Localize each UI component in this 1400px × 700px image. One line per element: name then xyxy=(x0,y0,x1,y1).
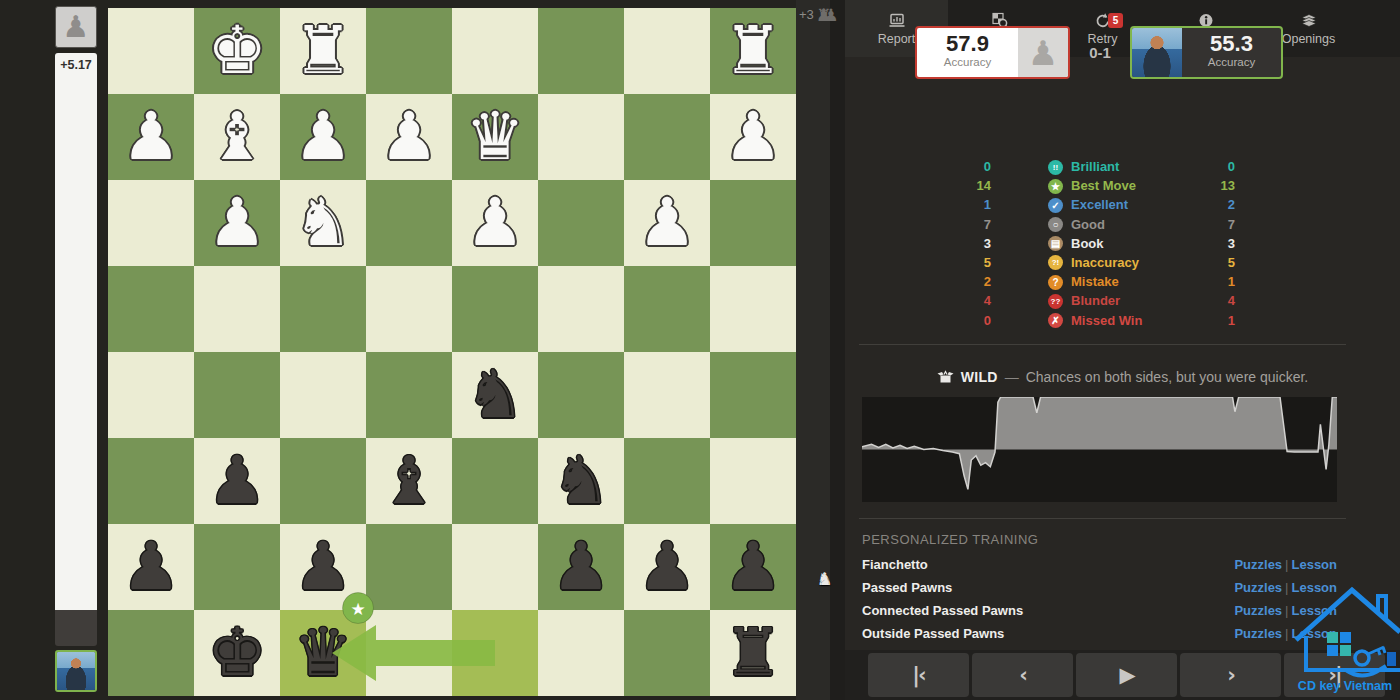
square-f4[interactable] xyxy=(280,266,366,352)
white-pawn: ♟ xyxy=(723,94,782,180)
training-section-header: PERSONALIZED TRAINING xyxy=(862,532,1038,547)
default-pawn-avatar-icon: ♟ xyxy=(63,7,90,47)
black-accuracy-score: 55.3 xyxy=(1182,32,1281,56)
evaluation-bar-white-portion xyxy=(55,53,97,610)
square-b7[interactable]: ♟ xyxy=(624,524,710,610)
square-d3[interactable]: ♟ xyxy=(452,180,538,266)
square-c5[interactable] xyxy=(538,352,624,438)
square-a8[interactable]: ♜ xyxy=(710,610,796,696)
summary-separator: — xyxy=(1005,369,1019,385)
captured-by-white-tray: ♟♟ ⚙ ♝ ♜ +3 xyxy=(799,4,845,22)
previous-move-button[interactable]: ‹ xyxy=(972,653,1073,697)
white-count: 7 xyxy=(935,215,991,234)
white-bishop: ♝ xyxy=(207,94,266,180)
white-pawn: ♟ xyxy=(293,94,352,180)
black-pawn: ♟ xyxy=(723,524,782,610)
white-accuracy-score: 57.9 xyxy=(917,32,1018,56)
evaluation-bar: +5.17 xyxy=(55,53,97,646)
classification-row-good: 7 ○ Good 7 xyxy=(845,215,1400,234)
classification-label: Blunder xyxy=(1071,291,1120,310)
white-count: 5 xyxy=(935,253,991,272)
black-rook: ♜ xyxy=(723,610,782,696)
square-h2[interactable]: ♟ xyxy=(108,94,194,180)
black-pawn: ♟ xyxy=(121,524,180,610)
black-count: 0 xyxy=(1190,157,1235,176)
square-g3[interactable]: ♟ xyxy=(194,180,280,266)
white-count: 0 xyxy=(935,157,991,176)
classification-row-inaccuracy: 5 ?! Inaccuracy 5 xyxy=(845,253,1400,272)
summary-tag: WILD xyxy=(961,369,998,385)
training-topic: Passed Pawns xyxy=(862,579,952,597)
puzzles-link[interactable]: Puzzles xyxy=(1234,580,1282,595)
square-d1[interactable] xyxy=(452,8,538,94)
square-f5[interactable] xyxy=(280,352,366,438)
square-d4[interactable] xyxy=(452,266,538,352)
classification-label: Excellent xyxy=(1071,195,1128,214)
move-classification-list: 0 !! Brilliant 0 14 ★ Best Move 13 1 ✓ E… xyxy=(845,157,1400,330)
square-b8[interactable] xyxy=(624,610,710,696)
square-c3[interactable] xyxy=(538,180,624,266)
board-side-gutter xyxy=(796,0,830,700)
white-pawn: ♟ xyxy=(637,180,696,266)
square-e4[interactable] xyxy=(366,266,452,352)
square-d5[interactable]: ♞ xyxy=(452,352,538,438)
evaluation-score: +5.17 xyxy=(55,58,97,72)
white-knight: ♞ xyxy=(293,180,352,266)
square-a3[interactable] xyxy=(710,180,796,266)
square-a4[interactable] xyxy=(710,266,796,352)
square-g2[interactable]: ♝ xyxy=(194,94,280,180)
mistake-icon: ? xyxy=(1048,275,1063,290)
square-e1[interactable] xyxy=(366,8,452,94)
next-move-button[interactable]: › xyxy=(1180,653,1281,697)
square-b1[interactable] xyxy=(624,8,710,94)
square-a6[interactable] xyxy=(710,438,796,524)
books-stack-icon xyxy=(1300,12,1318,29)
training-topic: Connected Passed Pawns xyxy=(862,602,1023,620)
wild-box-icon xyxy=(937,370,954,384)
square-f8[interactable]: ♛ xyxy=(280,610,366,696)
classification-label: Good xyxy=(1071,215,1105,234)
white-count: 1 xyxy=(935,195,991,214)
classification-row-best-move: 14 ★ Best Move 13 xyxy=(845,176,1400,195)
white-count: 3 xyxy=(935,234,991,253)
tab-openings-label: Openings xyxy=(1282,32,1336,46)
missed-win-icon: ✗ xyxy=(1048,313,1063,328)
classification-label: Book xyxy=(1071,234,1104,253)
excellent-icon: ✓ xyxy=(1048,198,1063,213)
blunder-icon: ?? xyxy=(1048,294,1063,309)
lesson-link[interactable]: Lesson xyxy=(1291,626,1337,641)
square-d2[interactable]: ♛ xyxy=(452,94,538,180)
black-count: 7 xyxy=(1190,215,1235,234)
classification-label: Missed Win xyxy=(1071,311,1142,330)
classification-row-mistake: 2 ? Mistake 1 xyxy=(845,272,1400,291)
square-b3[interactable]: ♟ xyxy=(624,180,710,266)
square-f1[interactable]: ♜ xyxy=(280,8,366,94)
square-f6[interactable] xyxy=(280,438,366,524)
inaccuracy-icon: ?! xyxy=(1048,255,1063,270)
black-count: 1 xyxy=(1190,272,1235,291)
game-review-panel: Report Analysis 5 Retry xyxy=(845,0,1400,700)
training-topic: Fianchetto xyxy=(862,556,928,574)
white-count: 4 xyxy=(935,291,991,310)
good-icon: ○ xyxy=(1048,217,1063,232)
white-count: 2 xyxy=(935,272,991,291)
square-d6[interactable] xyxy=(452,438,538,524)
classification-row-book: 3 ▤ Book 3 xyxy=(845,234,1400,253)
black-knight: ♞ xyxy=(551,438,610,524)
black-pawn: ♟ xyxy=(207,438,266,524)
player-photo xyxy=(57,652,95,690)
classification-row-brilliant: 0 !! Brilliant 0 xyxy=(845,157,1400,176)
square-g6[interactable]: ♟ xyxy=(194,438,280,524)
white-accuracy-card: 57.9 Accuracy ♟ xyxy=(915,26,1070,79)
classification-label: Inaccuracy xyxy=(1071,253,1139,272)
player-avatar[interactable] xyxy=(55,650,97,692)
black-count: 3 xyxy=(1190,234,1235,253)
square-g5[interactable] xyxy=(194,352,280,438)
game-review-screen: ♟ +5.17 ♚♜♜♟♝♟♟♛♟♟♞♟♟♞♟♝♞♟♟♟♟♟♚♛♜ ★ ♟♟ ⚙… xyxy=(0,0,1400,700)
white-accuracy-label: Accuracy xyxy=(917,56,1018,68)
report-icon xyxy=(888,12,906,29)
training-row-connected-passed-pawns: Connected Passed Pawns Puzzles|Lesson xyxy=(862,602,1337,620)
black-pawn: ♟ xyxy=(551,524,610,610)
game-result: 0-1 xyxy=(1075,26,1125,79)
square-c8[interactable] xyxy=(538,610,624,696)
square-f7[interactable]: ♟ xyxy=(280,524,366,610)
black-accuracy-card: 55.3 Accuracy xyxy=(1130,26,1283,79)
white-king: ♚ xyxy=(207,8,266,94)
brilliant-icon: !! xyxy=(1048,160,1063,175)
square-g1[interactable]: ♚ xyxy=(194,8,280,94)
square-b6[interactable] xyxy=(624,438,710,524)
black-count: 13 xyxy=(1190,176,1235,195)
square-h1[interactable] xyxy=(108,8,194,94)
training-row-passed-pawns: Passed Pawns Puzzles|Lesson xyxy=(862,579,1337,597)
game-summary-line: WILD — Chances on both sides, but you we… xyxy=(845,369,1400,385)
white-player-pawn-icon: ♟ xyxy=(1018,28,1068,77)
tab-report-label: Report xyxy=(878,32,916,46)
square-e6[interactable]: ♝ xyxy=(366,438,452,524)
puzzles-link[interactable]: Puzzles xyxy=(1234,557,1282,572)
square-e7[interactable] xyxy=(366,524,452,610)
white-rook: ♜ xyxy=(723,8,782,94)
square-c7[interactable]: ♟ xyxy=(538,524,624,610)
divider xyxy=(859,344,1346,345)
classification-row-missed-win: 0 ✗ Missed Win 1 xyxy=(845,311,1400,330)
puzzles-link[interactable]: Puzzles xyxy=(1234,626,1282,641)
black-queen: ♛ xyxy=(293,610,352,696)
book-icon: ▤ xyxy=(1048,236,1063,251)
square-h6[interactable] xyxy=(108,438,194,524)
divider xyxy=(859,518,1346,519)
black-count: 4 xyxy=(1190,291,1235,310)
square-c2[interactable] xyxy=(538,94,624,180)
square-a7[interactable]: ♟ xyxy=(710,524,796,610)
square-c4[interactable] xyxy=(538,266,624,352)
black-count: 2 xyxy=(1190,195,1235,214)
classification-label: Brilliant xyxy=(1071,157,1119,176)
square-a5[interactable] xyxy=(710,352,796,438)
black-pawn: ♟ xyxy=(293,524,352,610)
evaluation-area-fill xyxy=(862,397,1337,489)
puzzles-link[interactable]: Puzzles xyxy=(1234,603,1282,618)
square-e2[interactable]: ♟ xyxy=(366,94,452,180)
square-h7[interactable]: ♟ xyxy=(108,524,194,610)
first-move-button[interactable]: |‹ xyxy=(868,653,969,697)
classification-label: Mistake xyxy=(1071,272,1119,291)
square-g4[interactable] xyxy=(194,266,280,352)
classification-row-blunder: 4 ?? Blunder 4 xyxy=(845,291,1400,310)
square-h3[interactable] xyxy=(108,180,194,266)
square-f3[interactable]: ♞ xyxy=(280,180,366,266)
square-e5[interactable] xyxy=(366,352,452,438)
white-count: 14 xyxy=(935,176,991,195)
white-pawn: ♟ xyxy=(465,180,524,266)
training-row-fianchetto: Fianchetto Puzzles|Lesson xyxy=(862,556,1337,574)
square-e3[interactable] xyxy=(366,180,452,266)
evaluation-graph[interactable] xyxy=(862,397,1337,502)
opponent-avatar[interactable]: ♟ xyxy=(55,6,97,48)
lesson-link[interactable]: Lesson xyxy=(1291,603,1337,618)
black-king: ♚ xyxy=(207,610,266,696)
square-b2[interactable] xyxy=(624,94,710,180)
square-g8[interactable]: ♚ xyxy=(194,610,280,696)
black-pawn: ♟ xyxy=(637,524,696,610)
lesson-link[interactable]: Lesson xyxy=(1291,557,1337,572)
white-queen: ♛ xyxy=(465,94,524,180)
black-knight: ♞ xyxy=(465,352,524,438)
summary-text: Chances on both sides, but you were quic… xyxy=(1026,369,1309,385)
square-e8[interactable] xyxy=(366,610,452,696)
panel-gap xyxy=(830,0,846,700)
play-button[interactable]: ▶ xyxy=(1076,653,1177,697)
white-pawn: ♟ xyxy=(379,94,438,180)
black-bishop: ♝ xyxy=(379,438,438,524)
square-b4[interactable] xyxy=(624,266,710,352)
square-h5[interactable] xyxy=(108,352,194,438)
square-a2[interactable]: ♟ xyxy=(710,94,796,180)
square-f2[interactable]: ♟ xyxy=(280,94,366,180)
square-a1[interactable]: ♜ xyxy=(710,8,796,94)
move-navigation-bar: |‹ ‹ ▶ › ›| xyxy=(845,650,1400,700)
square-d8[interactable] xyxy=(452,610,538,696)
white-pawn: ♟ xyxy=(121,94,180,180)
square-c1[interactable] xyxy=(538,8,624,94)
black-count: 1 xyxy=(1190,311,1235,330)
classification-label: Best Move xyxy=(1071,176,1136,195)
white-rook: ♜ xyxy=(293,8,352,94)
white-count: 0 xyxy=(935,311,991,330)
black-count: 5 xyxy=(1190,253,1235,272)
training-topic: Outside Passed Pawns xyxy=(862,625,1004,643)
square-h4[interactable] xyxy=(108,266,194,352)
chess-board[interactable]: ♚♜♜♟♝♟♟♛♟♟♞♟♟♞♟♝♞♟♟♟♟♟♚♛♜ xyxy=(108,8,796,696)
lesson-link[interactable]: Lesson xyxy=(1291,580,1337,595)
last-move-button[interactable]: ›| xyxy=(1284,653,1385,697)
square-b5[interactable] xyxy=(624,352,710,438)
white-pawn: ♟ xyxy=(207,180,266,266)
classification-row-excellent: 1 ✓ Excellent 2 xyxy=(845,195,1400,214)
best-move-icon: ★ xyxy=(1048,179,1063,194)
square-g7[interactable] xyxy=(194,524,280,610)
black-player-photo xyxy=(1132,28,1182,77)
square-h8[interactable] xyxy=(108,610,194,696)
square-c6[interactable]: ♞ xyxy=(538,438,624,524)
black-accuracy-label: Accuracy xyxy=(1182,56,1281,68)
training-row-outside-passed-pawns: Outside Passed Pawns Puzzles|Lesson xyxy=(862,625,1337,643)
square-d7[interactable] xyxy=(452,524,538,610)
